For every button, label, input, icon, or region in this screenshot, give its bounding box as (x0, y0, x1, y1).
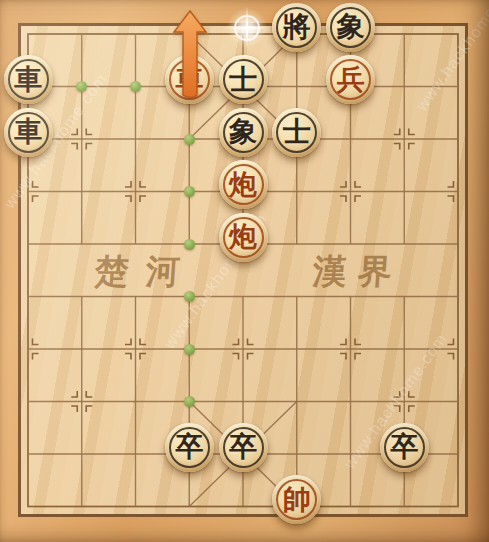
legal-move-dot[interactable] (184, 186, 195, 197)
piece-red-cannon[interactable]: 炮 (219, 213, 268, 262)
legal-move-dot[interactable] (184, 396, 195, 407)
legal-move-dot[interactable] (184, 344, 195, 355)
piece-character: 卒 (390, 433, 418, 461)
piece-character: 卒 (229, 433, 257, 461)
piece-character: 炮 (229, 223, 257, 251)
piece-character: 象 (337, 13, 365, 41)
legal-move-dot[interactable] (184, 29, 195, 40)
piece-character: 車 (175, 66, 203, 94)
piece-character: 炮 (229, 171, 257, 199)
piece-red-cannon[interactable]: 炮 (219, 160, 268, 209)
piece-black-chariot[interactable]: 車 (4, 108, 53, 157)
piece-character: 兵 (337, 66, 365, 94)
legal-move-dot[interactable] (184, 239, 195, 250)
piece-red-chariot[interactable]: 車 (165, 55, 214, 104)
piece-red-general[interactable]: 帥 (272, 475, 321, 524)
piece-black-elephant[interactable]: 象 (326, 3, 375, 52)
piece-character: 帥 (283, 486, 311, 514)
piece-character: 士 (229, 66, 257, 94)
piece-black-soldier[interactable]: 卒 (165, 423, 214, 472)
piece-black-elephant[interactable]: 象 (219, 108, 268, 157)
piece-black-chariot[interactable]: 車 (4, 55, 53, 104)
piece-black-soldier[interactable]: 卒 (380, 423, 429, 472)
piece-character: 車 (14, 66, 42, 94)
piece-character: 卒 (175, 433, 203, 461)
piece-character: 車 (14, 118, 42, 146)
xiangqi-board: 楚河 漢界 www.hackhome.com www.hackhome.com … (0, 0, 489, 542)
piece-black-soldier[interactable]: 卒 (219, 423, 268, 472)
piece-character: 將 (283, 13, 311, 41)
piece-character: 象 (229, 118, 257, 146)
piece-red-soldier[interactable]: 兵 (326, 55, 375, 104)
piece-character: 士 (283, 118, 311, 146)
piece-black-general[interactable]: 將 (272, 3, 321, 52)
legal-move-dot[interactable] (130, 81, 141, 92)
legal-move-dot[interactable] (184, 291, 195, 302)
piece-black-advisor[interactable]: 士 (272, 108, 321, 157)
piece-black-advisor[interactable]: 士 (219, 55, 268, 104)
legal-move-dot[interactable] (184, 134, 195, 145)
